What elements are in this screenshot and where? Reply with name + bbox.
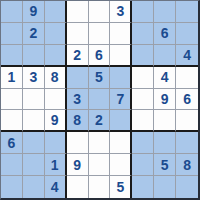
cell-r7c2-empty[interactable] [23,132,45,154]
cell-r2c2-given: 2 [23,23,45,45]
cell-r5c6-given: 7 [110,89,132,111]
cell-r8c7-empty[interactable] [132,154,154,176]
cell-r6c6-empty[interactable] [110,110,132,132]
cell-r9c9-empty[interactable] [176,176,198,198]
cell-r1c8-empty[interactable] [154,1,176,23]
cell-r3c6-empty[interactable] [110,45,132,67]
cell-r3c3-empty[interactable] [45,45,67,67]
cell-r2c4-empty[interactable] [67,23,89,45]
cell-r6c8-empty[interactable] [154,110,176,132]
cell-r6c4-given: 8 [67,110,89,132]
cell-r2c8-given: 6 [154,23,176,45]
cell-r1c7-empty[interactable] [132,1,154,23]
cell-r8c1-empty[interactable] [1,154,23,176]
cell-r7c5-empty[interactable] [89,132,111,154]
cell-r8c4-given: 9 [67,154,89,176]
cell-r7c7-empty[interactable] [132,132,154,154]
cell-r7c9-empty[interactable] [176,132,198,154]
cell-r2c7-empty[interactable] [132,23,154,45]
cell-r5c7-empty[interactable] [132,89,154,111]
cell-r3c7-empty[interactable] [132,45,154,67]
cell-r8c3-given: 1 [45,154,67,176]
cell-r3c2-empty[interactable] [23,45,45,67]
cell-r1c2-given: 9 [23,1,45,23]
cell-r1c9-empty[interactable] [176,1,198,23]
cell-r9c2-empty[interactable] [23,176,45,198]
cell-r4c3-given: 8 [45,67,67,89]
cell-r9c4-empty[interactable] [67,176,89,198]
cell-r6c7-empty[interactable] [132,110,154,132]
cell-r5c8-given: 9 [154,89,176,111]
cell-r9c7-empty[interactable] [132,176,154,198]
cell-r4c9-empty[interactable] [176,67,198,89]
cell-r1c1-empty[interactable] [1,1,23,23]
cell-r8c5-empty[interactable] [89,154,111,176]
cell-r9c1-empty[interactable] [1,176,23,198]
cell-r1c4-empty[interactable] [67,1,89,23]
cell-r4c2-given: 3 [23,67,45,89]
cell-r4c7-empty[interactable] [132,67,154,89]
cell-r4c6-empty[interactable] [110,67,132,89]
cell-r4c5-given: 5 [89,67,111,89]
cell-r2c5-empty[interactable] [89,23,111,45]
cell-r2c3-empty[interactable] [45,23,67,45]
cell-r5c2-empty[interactable] [23,89,45,111]
cell-r7c3-empty[interactable] [45,132,67,154]
cell-r6c1-empty[interactable] [1,110,23,132]
cell-r3c9-given: 4 [176,45,198,67]
cell-r6c9-empty[interactable] [176,110,198,132]
sudoku-board: 93262641385437969826195845 [0,0,200,200]
cell-r1c5-empty[interactable] [89,1,111,23]
cell-r3c1-empty[interactable] [1,45,23,67]
cell-r7c8-empty[interactable] [154,132,176,154]
cell-r9c3-given: 4 [45,176,67,198]
cell-r1c6-given: 3 [110,1,132,23]
cell-r5c4-given: 3 [67,89,89,111]
cell-r9c5-empty[interactable] [89,176,111,198]
cell-r7c1-given: 6 [1,132,23,154]
cell-r1c3-empty[interactable] [45,1,67,23]
cell-r8c2-empty[interactable] [23,154,45,176]
cell-r8c8-given: 5 [154,154,176,176]
cell-r5c3-empty[interactable] [45,89,67,111]
cell-r6c5-given: 2 [89,110,111,132]
cell-r3c5-given: 6 [89,45,111,67]
cell-r4c1-given: 1 [1,67,23,89]
cell-r2c6-empty[interactable] [110,23,132,45]
cell-r6c2-empty[interactable] [23,110,45,132]
cell-r2c9-empty[interactable] [176,23,198,45]
cell-r7c4-empty[interactable] [67,132,89,154]
cell-r7c6-empty[interactable] [110,132,132,154]
cell-r3c8-empty[interactable] [154,45,176,67]
cell-r5c1-empty[interactable] [1,89,23,111]
cell-r5c9-given: 6 [176,89,198,111]
cell-r4c4-empty[interactable] [67,67,89,89]
cell-r8c6-empty[interactable] [110,154,132,176]
cell-r3c4-given: 2 [67,45,89,67]
cell-r8c9-given: 8 [176,154,198,176]
cell-r6c3-given: 9 [45,110,67,132]
cell-r5c5-empty[interactable] [89,89,111,111]
cell-r9c8-empty[interactable] [154,176,176,198]
cell-r4c8-given: 4 [154,67,176,89]
cell-r9c6-given: 5 [110,176,132,198]
cell-r2c1-empty[interactable] [1,23,23,45]
